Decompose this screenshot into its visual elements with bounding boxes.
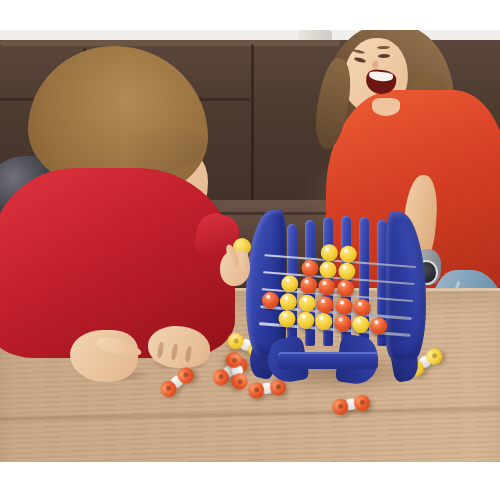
child-hand xyxy=(148,326,210,368)
game-board xyxy=(238,203,433,395)
photo-top-margin xyxy=(0,0,500,30)
ball-pile xyxy=(259,239,414,338)
orange-ball-col5-row2 xyxy=(335,297,353,315)
couch-top-edge xyxy=(0,40,340,46)
photo-bottom-margin xyxy=(0,462,500,500)
adult-neck xyxy=(372,98,400,116)
couch-seam xyxy=(251,44,254,208)
photo-area xyxy=(0,0,500,500)
board-base-bar xyxy=(278,352,378,369)
product-photo xyxy=(0,0,500,500)
